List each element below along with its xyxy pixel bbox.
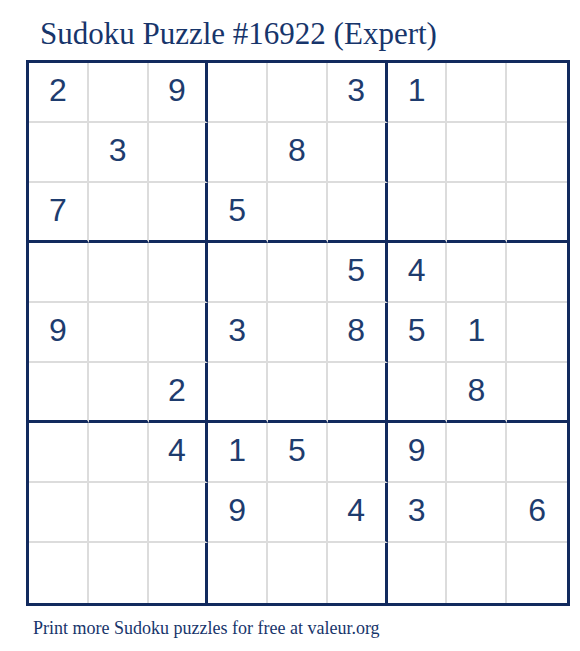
sudoku-cell[interactable]: 8 [268, 123, 328, 183]
sudoku-cell[interactable]: 1 [447, 303, 507, 363]
sudoku-cell[interactable] [149, 243, 209, 303]
sudoku-cell[interactable] [29, 123, 89, 183]
sudoku-cell[interactable] [149, 303, 209, 363]
sudoku-cell[interactable] [208, 363, 268, 423]
sudoku-cell[interactable] [208, 243, 268, 303]
sudoku-cell[interactable] [388, 183, 448, 243]
sudoku-cell[interactable] [89, 483, 149, 543]
sudoku-cell[interactable]: 5 [268, 423, 328, 483]
sudoku-cell[interactable] [268, 483, 328, 543]
sudoku-cell[interactable] [447, 63, 507, 123]
sudoku-cell[interactable] [268, 543, 328, 603]
sudoku-cell[interactable] [268, 183, 328, 243]
sudoku-cell[interactable] [388, 543, 448, 603]
sudoku-cell[interactable]: 6 [507, 483, 567, 543]
sudoku-cell[interactable] [507, 243, 567, 303]
sudoku-cell[interactable] [507, 543, 567, 603]
sudoku-cell[interactable]: 5 [388, 303, 448, 363]
sudoku-cell[interactable]: 9 [388, 423, 448, 483]
sudoku-cell[interactable] [29, 243, 89, 303]
sudoku-cell[interactable]: 8 [447, 363, 507, 423]
sudoku-cell[interactable]: 8 [328, 303, 388, 363]
sudoku-cell[interactable] [268, 303, 328, 363]
sudoku-cell[interactable] [328, 123, 388, 183]
sudoku-cell[interactable]: 2 [149, 363, 209, 423]
sudoku-cell[interactable]: 4 [388, 243, 448, 303]
sudoku-cell[interactable] [507, 303, 567, 363]
sudoku-cell[interactable] [89, 303, 149, 363]
sudoku-cell[interactable]: 5 [328, 243, 388, 303]
sudoku-cell[interactable] [149, 123, 209, 183]
sudoku-cell[interactable]: 5 [208, 183, 268, 243]
sudoku-cell[interactable] [447, 423, 507, 483]
sudoku-cell[interactable] [208, 63, 268, 123]
sudoku-cell[interactable] [447, 483, 507, 543]
sudoku-cell[interactable] [388, 123, 448, 183]
sudoku-cell[interactable] [89, 363, 149, 423]
sudoku-cell[interactable] [447, 543, 507, 603]
sudoku-cell[interactable]: 9 [29, 303, 89, 363]
sudoku-cell[interactable] [328, 363, 388, 423]
sudoku-cell[interactable] [328, 423, 388, 483]
sudoku-cell[interactable] [328, 183, 388, 243]
sudoku-cell[interactable] [507, 363, 567, 423]
sudoku-grid: 2931387554938512841599436 [26, 60, 570, 606]
puzzle-title: Sudoku Puzzle #16922 (Expert) [40, 16, 437, 52]
sudoku-cell[interactable]: 7 [29, 183, 89, 243]
sudoku-cell[interactable] [29, 543, 89, 603]
sudoku-cell[interactable]: 4 [328, 483, 388, 543]
sudoku-cell[interactable] [447, 183, 507, 243]
sudoku-cell[interactable] [89, 543, 149, 603]
sudoku-cell[interactable]: 2 [29, 63, 89, 123]
sudoku-cell[interactable]: 3 [328, 63, 388, 123]
sudoku-cell[interactable] [388, 363, 448, 423]
sudoku-cell[interactable]: 1 [208, 423, 268, 483]
sudoku-cell[interactable] [507, 123, 567, 183]
sudoku-cell[interactable] [507, 423, 567, 483]
sudoku-cell[interactable] [29, 423, 89, 483]
sudoku-cell[interactable] [507, 63, 567, 123]
sudoku-cell[interactable]: 1 [388, 63, 448, 123]
sudoku-cell[interactable]: 3 [89, 123, 149, 183]
sudoku-cell[interactable]: 9 [208, 483, 268, 543]
sudoku-cell[interactable] [447, 123, 507, 183]
sudoku-cell[interactable] [149, 183, 209, 243]
sudoku-cell[interactable] [29, 363, 89, 423]
sudoku-cell[interactable]: 3 [208, 303, 268, 363]
sudoku-cell[interactable] [268, 63, 328, 123]
sudoku-cell[interactable]: 3 [388, 483, 448, 543]
sudoku-cell[interactable] [268, 363, 328, 423]
sudoku-cell[interactable] [507, 183, 567, 243]
sudoku-cell[interactable] [268, 243, 328, 303]
sudoku-cell[interactable] [447, 243, 507, 303]
page: { "title": "Sudoku Puzzle #16922 (Expert… [0, 0, 580, 651]
sudoku-cell[interactable] [149, 483, 209, 543]
footer-note: Print more Sudoku puzzles for free at va… [33, 618, 380, 639]
sudoku-cell[interactable] [89, 243, 149, 303]
sudoku-cell[interactable] [328, 543, 388, 603]
sudoku-cell[interactable]: 4 [149, 423, 209, 483]
sudoku-cell[interactable] [149, 543, 209, 603]
sudoku-cell[interactable] [89, 183, 149, 243]
sudoku-cell[interactable] [89, 423, 149, 483]
sudoku-cell[interactable] [29, 483, 89, 543]
sudoku-cell[interactable] [208, 123, 268, 183]
sudoku-cell[interactable] [89, 63, 149, 123]
sudoku-cell[interactable]: 9 [149, 63, 209, 123]
sudoku-cell[interactable] [208, 543, 268, 603]
